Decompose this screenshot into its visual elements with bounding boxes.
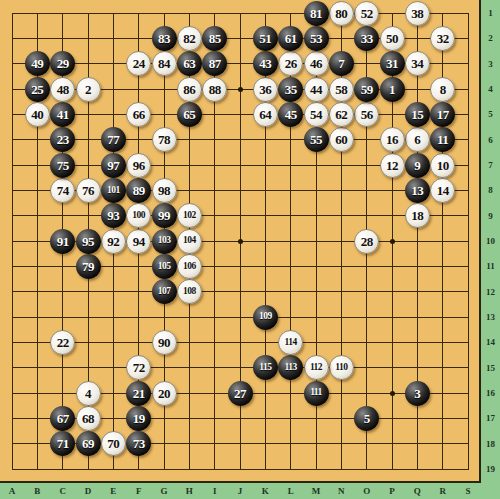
move-number: 5: [364, 412, 370, 425]
move-number: 55: [310, 133, 322, 146]
stone-black-55: 55: [304, 127, 329, 152]
stone-white-88: 88: [202, 77, 227, 102]
stone-black-87: 87: [202, 51, 227, 76]
move-number: 45: [285, 108, 297, 121]
stone-black-89: 89: [126, 178, 151, 203]
move-number: 16: [386, 133, 398, 146]
move-number: 49: [31, 57, 43, 70]
move-number: 110: [335, 363, 347, 373]
move-number: 109: [259, 312, 272, 322]
column-label-strip: ABCDEFGHIJKLMNOPQRS: [0, 483, 481, 499]
move-number: 72: [133, 361, 145, 374]
stone-white-94: 94: [126, 229, 151, 254]
move-number: 115: [259, 363, 271, 373]
board-grid[interactable]: 1234567891011121314151617181920212223242…: [0, 0, 481, 483]
column-label-P: P: [389, 487, 395, 496]
move-number: 9: [414, 159, 420, 172]
move-number: 44: [310, 83, 322, 96]
stone-black-59: 59: [354, 77, 379, 102]
move-number: 56: [361, 108, 373, 121]
stone-white-66: 66: [126, 102, 151, 127]
row-label-5: 5: [488, 110, 493, 119]
go-kifu-diagram: 1234567891011121314151617181920212223242…: [0, 0, 500, 499]
move-number: 24: [133, 57, 145, 70]
move-number: 29: [57, 57, 69, 70]
stone-black-23: 23: [50, 127, 75, 152]
move-number: 64: [259, 108, 271, 121]
stone-black-53: 53: [304, 26, 329, 51]
move-number: 54: [310, 108, 322, 121]
column-label-F: F: [136, 487, 142, 496]
grid-line-horizontal: [12, 342, 469, 343]
stone-white-52: 52: [354, 1, 379, 26]
row-label-9: 9: [488, 211, 493, 220]
row-label-2: 2: [488, 34, 493, 43]
stone-white-14: 14: [430, 178, 455, 203]
stone-black-15: 15: [405, 102, 430, 127]
stone-white-112: 112: [304, 355, 329, 380]
stone-white-90: 90: [152, 330, 177, 355]
row-label-8: 8: [488, 186, 493, 195]
column-label-L: L: [288, 487, 294, 496]
column-label-M: M: [312, 487, 321, 496]
column-label-O: O: [363, 487, 370, 496]
move-number: 77: [107, 133, 119, 146]
stone-white-84: 84: [152, 51, 177, 76]
stone-black-79: 79: [76, 254, 101, 279]
column-label-I: I: [213, 487, 217, 496]
move-number: 76: [82, 184, 94, 197]
row-label-14: 14: [486, 338, 495, 347]
grid-line-horizontal: [12, 367, 469, 368]
stone-white-10: 10: [430, 153, 455, 178]
move-number: 101: [107, 186, 120, 196]
move-number: 112: [310, 363, 322, 373]
stone-black-105: 105: [152, 254, 177, 279]
move-number: 10: [437, 159, 449, 172]
stone-black-25: 25: [25, 77, 50, 102]
stone-white-34: 34: [405, 51, 430, 76]
column-label-E: E: [110, 487, 116, 496]
move-number: 61: [285, 32, 297, 45]
stone-black-107: 107: [152, 279, 177, 304]
move-number: 28: [361, 235, 373, 248]
move-number: 113: [285, 363, 297, 373]
stone-white-96: 96: [126, 153, 151, 178]
stone-black-1: 1: [380, 77, 405, 102]
move-number: 60: [335, 133, 347, 146]
stone-white-32: 32: [430, 26, 455, 51]
move-number: 22: [57, 336, 69, 349]
move-number: 85: [209, 32, 221, 45]
move-number: 27: [234, 387, 246, 400]
stone-white-104: 104: [177, 229, 202, 254]
move-number: 94: [133, 235, 145, 248]
move-number: 99: [158, 209, 170, 222]
stone-black-49: 49: [25, 51, 50, 76]
move-number: 38: [411, 7, 423, 20]
grid-line-horizontal: [12, 469, 469, 470]
move-number: 103: [158, 236, 171, 246]
star-point: [390, 391, 395, 396]
stone-black-65: 65: [177, 102, 202, 127]
stone-black-31: 31: [380, 51, 405, 76]
stone-white-92: 92: [101, 229, 126, 254]
stone-white-58: 58: [329, 77, 354, 102]
row-label-16: 16: [486, 389, 495, 398]
stone-black-21: 21: [126, 381, 151, 406]
move-number: 50: [386, 32, 398, 45]
stone-white-44: 44: [304, 77, 329, 102]
move-number: 7: [338, 57, 344, 70]
move-number: 79: [82, 260, 94, 273]
row-label-18: 18: [486, 439, 495, 448]
stone-black-81: 81: [304, 1, 329, 26]
stone-white-38: 38: [405, 1, 430, 26]
move-number: 43: [259, 57, 271, 70]
stone-black-63: 63: [177, 51, 202, 76]
move-number: 104: [183, 236, 196, 246]
stone-white-28: 28: [354, 229, 379, 254]
move-number: 102: [183, 211, 196, 221]
grid-line-horizontal: [12, 291, 469, 292]
column-label-N: N: [338, 487, 345, 496]
move-number: 83: [158, 32, 170, 45]
column-label-H: H: [186, 487, 193, 496]
move-number: 15: [411, 108, 423, 121]
stone-white-114: 114: [278, 330, 303, 355]
move-number: 78: [158, 133, 170, 146]
star-point: [390, 239, 395, 244]
stone-black-69: 69: [76, 431, 101, 456]
stone-black-67: 67: [50, 406, 75, 431]
row-label-6: 6: [488, 135, 493, 144]
row-label-11: 11: [486, 262, 495, 271]
column-label-C: C: [59, 487, 66, 496]
stone-black-13: 13: [405, 178, 430, 203]
stone-black-5: 5: [354, 406, 379, 431]
stone-black-115: 115: [253, 355, 278, 380]
move-number: 17: [437, 108, 449, 121]
move-number: 97: [107, 159, 119, 172]
grid-line-vertical: [468, 13, 469, 470]
stone-white-50: 50: [380, 26, 405, 51]
move-number: 73: [133, 437, 145, 450]
move-number: 66: [133, 108, 145, 121]
move-number: 19: [133, 412, 145, 425]
stone-white-18: 18: [405, 203, 430, 228]
stone-white-2: 2: [76, 77, 101, 102]
move-number: 36: [259, 83, 271, 96]
move-number: 33: [361, 32, 373, 45]
row-label-1: 1: [488, 9, 493, 18]
move-number: 81: [310, 7, 322, 20]
stone-black-35: 35: [278, 77, 303, 102]
column-label-J: J: [238, 487, 243, 496]
stone-white-54: 54: [304, 102, 329, 127]
move-number: 59: [361, 83, 373, 96]
move-number: 2: [85, 83, 91, 96]
move-number: 93: [107, 209, 119, 222]
move-number: 53: [310, 32, 322, 45]
row-label-13: 13: [486, 313, 495, 322]
stone-white-48: 48: [50, 77, 75, 102]
move-number: 18: [411, 209, 423, 222]
stone-black-29: 29: [50, 51, 75, 76]
stone-white-68: 68: [76, 406, 101, 431]
stone-black-71: 71: [50, 431, 75, 456]
stone-white-40: 40: [25, 102, 50, 127]
move-number: 84: [158, 57, 170, 70]
stone-black-73: 73: [126, 431, 151, 456]
stone-white-74: 74: [50, 178, 75, 203]
stone-white-64: 64: [253, 102, 278, 127]
stone-white-106: 106: [177, 254, 202, 279]
move-number: 8: [440, 83, 446, 96]
stone-white-98: 98: [152, 178, 177, 203]
move-number: 92: [107, 235, 119, 248]
stone-black-109: 109: [253, 305, 278, 330]
stone-white-78: 78: [152, 127, 177, 152]
row-label-7: 7: [488, 161, 493, 170]
stone-white-46: 46: [304, 51, 329, 76]
move-number: 26: [285, 57, 297, 70]
column-label-Q: Q: [414, 487, 421, 496]
stone-black-17: 17: [430, 102, 455, 127]
stone-black-19: 19: [126, 406, 151, 431]
stone-white-76: 76: [76, 178, 101, 203]
stone-white-24: 24: [126, 51, 151, 76]
move-number: 35: [285, 83, 297, 96]
row-label-19: 19: [486, 465, 495, 474]
stone-black-75: 75: [50, 153, 75, 178]
move-number: 14: [437, 184, 449, 197]
move-number: 32: [437, 32, 449, 45]
move-number: 34: [411, 57, 423, 70]
stone-white-22: 22: [50, 330, 75, 355]
move-number: 98: [158, 184, 170, 197]
move-number: 67: [57, 412, 69, 425]
stone-white-102: 102: [177, 203, 202, 228]
move-number: 106: [183, 262, 196, 272]
move-number: 21: [133, 387, 145, 400]
row-label-strip: 12345678910111213141516171819: [481, 0, 500, 499]
column-label-K: K: [262, 487, 269, 496]
move-number: 88: [209, 83, 221, 96]
stone-white-70: 70: [101, 431, 126, 456]
stone-white-72: 72: [126, 355, 151, 380]
move-number: 70: [107, 437, 119, 450]
move-number: 11: [437, 133, 448, 146]
stone-white-36: 36: [253, 77, 278, 102]
move-number: 82: [183, 32, 195, 45]
move-number: 91: [57, 235, 69, 248]
stone-white-4: 4: [76, 381, 101, 406]
move-number: 111: [310, 388, 322, 398]
stone-white-82: 82: [177, 26, 202, 51]
stone-black-45: 45: [278, 102, 303, 127]
move-number: 107: [158, 287, 171, 297]
stone-black-41: 41: [50, 102, 75, 127]
stone-white-62: 62: [329, 102, 354, 127]
stone-black-11: 11: [430, 127, 455, 152]
stone-white-80: 80: [329, 1, 354, 26]
stone-white-16: 16: [380, 127, 405, 152]
column-label-A: A: [9, 487, 16, 496]
row-label-15: 15: [486, 363, 495, 372]
stone-white-100: 100: [126, 203, 151, 228]
stone-white-8: 8: [430, 77, 455, 102]
grid-line-horizontal: [12, 317, 469, 318]
stone-white-26: 26: [278, 51, 303, 76]
move-number: 3: [414, 387, 420, 400]
move-number: 31: [386, 57, 398, 70]
move-number: 62: [335, 108, 347, 121]
move-number: 12: [386, 159, 398, 172]
move-number: 96: [133, 159, 145, 172]
move-number: 65: [183, 108, 195, 121]
stone-white-86: 86: [177, 77, 202, 102]
move-number: 100: [132, 211, 145, 221]
stone-black-99: 99: [152, 203, 177, 228]
row-label-10: 10: [486, 237, 495, 246]
stone-black-101: 101: [101, 178, 126, 203]
move-number: 75: [57, 159, 69, 172]
move-number: 87: [209, 57, 221, 70]
row-label-12: 12: [486, 287, 495, 296]
move-number: 4: [85, 387, 91, 400]
row-label-3: 3: [488, 59, 493, 68]
stone-black-97: 97: [101, 153, 126, 178]
stone-black-33: 33: [354, 26, 379, 51]
stone-white-12: 12: [380, 153, 405, 178]
move-number: 52: [361, 7, 373, 20]
column-label-R: R: [439, 487, 446, 496]
stone-white-60: 60: [329, 127, 354, 152]
move-number: 46: [310, 57, 322, 70]
column-label-G: G: [160, 487, 167, 496]
stone-black-61: 61: [278, 26, 303, 51]
move-number: 74: [57, 184, 69, 197]
move-number: 114: [285, 338, 297, 348]
column-label-B: B: [34, 487, 40, 496]
star-point: [238, 239, 243, 244]
move-number: 89: [133, 184, 145, 197]
move-number: 1: [389, 83, 395, 96]
stone-black-91: 91: [50, 229, 75, 254]
row-label-17: 17: [486, 414, 495, 423]
stone-black-43: 43: [253, 51, 278, 76]
stone-white-110: 110: [329, 355, 354, 380]
stone-black-85: 85: [202, 26, 227, 51]
stone-black-113: 113: [278, 355, 303, 380]
move-number: 95: [82, 235, 94, 248]
move-number: 6: [414, 133, 420, 146]
move-number: 68: [82, 412, 94, 425]
move-number: 80: [335, 7, 347, 20]
star-point: [238, 87, 243, 92]
stone-black-77: 77: [101, 127, 126, 152]
move-number: 48: [57, 83, 69, 96]
stone-black-83: 83: [152, 26, 177, 51]
stone-black-51: 51: [253, 26, 278, 51]
move-number: 51: [259, 32, 271, 45]
stone-white-56: 56: [354, 102, 379, 127]
stone-black-95: 95: [76, 229, 101, 254]
move-number: 90: [158, 336, 170, 349]
move-number: 20: [158, 387, 170, 400]
column-label-D: D: [85, 487, 92, 496]
stone-black-3: 3: [405, 381, 430, 406]
stone-black-111: 111: [304, 381, 329, 406]
stone-white-108: 108: [177, 279, 202, 304]
column-label-S: S: [465, 487, 470, 496]
stone-white-6: 6: [405, 127, 430, 152]
row-label-4: 4: [488, 85, 493, 94]
move-number: 13: [411, 184, 423, 197]
move-number: 105: [158, 262, 171, 272]
move-number: 25: [31, 83, 43, 96]
move-number: 71: [57, 437, 69, 450]
move-number: 86: [183, 83, 195, 96]
move-number: 41: [57, 108, 69, 121]
stone-black-103: 103: [152, 229, 177, 254]
stone-black-93: 93: [101, 203, 126, 228]
stone-black-9: 9: [405, 153, 430, 178]
stone-black-27: 27: [228, 381, 253, 406]
move-number: 63: [183, 57, 195, 70]
stone-black-7: 7: [329, 51, 354, 76]
move-number: 23: [57, 133, 69, 146]
move-number: 108: [183, 287, 196, 297]
move-number: 40: [31, 108, 43, 121]
move-number: 58: [335, 83, 347, 96]
stone-white-20: 20: [152, 381, 177, 406]
move-number: 69: [82, 437, 94, 450]
